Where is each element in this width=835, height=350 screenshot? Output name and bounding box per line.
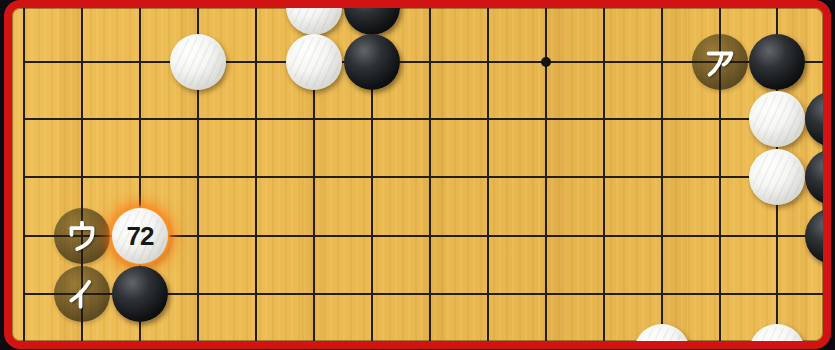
- grid-line-vertical-10: [545, 0, 547, 349]
- stone-white: [749, 149, 805, 205]
- grid-line-vertical-5: [255, 0, 257, 349]
- stone-white: [286, 0, 342, 35]
- variation-label-stone-a[interactable]: [692, 34, 748, 90]
- last-move-stone-72: 72: [112, 208, 168, 264]
- stone-black: [749, 34, 805, 90]
- grid-line-vertical-9: [487, 0, 489, 349]
- stone-white: [634, 324, 690, 349]
- go-board-view: 72: [0, 0, 835, 350]
- stone-black: [805, 91, 831, 147]
- stone-black: [112, 266, 168, 322]
- grid-line-vertical-11: [603, 0, 605, 349]
- stone-white: [170, 34, 226, 90]
- stone-white: [749, 324, 805, 349]
- grid-line-vertical-8: [429, 0, 431, 349]
- stone-black: [805, 208, 831, 264]
- variation-label-stone-u[interactable]: [54, 208, 110, 264]
- stone-black: [344, 34, 400, 90]
- stone-black: [805, 149, 831, 205]
- board-field[interactable]: 72: [4, 0, 831, 349]
- katakana-u-icon: [65, 219, 99, 253]
- katakana-a-icon: [703, 45, 737, 79]
- katakana-i-icon: [65, 277, 99, 311]
- grid-line-vertical-12: [661, 0, 663, 349]
- stone-white: [749, 91, 805, 147]
- variation-label-stone-i[interactable]: [54, 266, 110, 322]
- stone-black: [344, 0, 400, 35]
- grid-line-horizontal-1: [23, 6, 831, 8]
- move-number-text: 72: [112, 208, 168, 264]
- stone-white: [286, 34, 342, 90]
- grid-line-horizontal-3: [23, 118, 831, 120]
- grid-line-vertical-1: [23, 0, 25, 349]
- board-frame: 72: [4, 0, 831, 349]
- grid-line-horizontal-4: [23, 176, 831, 178]
- star-point-hoshi: [541, 57, 551, 67]
